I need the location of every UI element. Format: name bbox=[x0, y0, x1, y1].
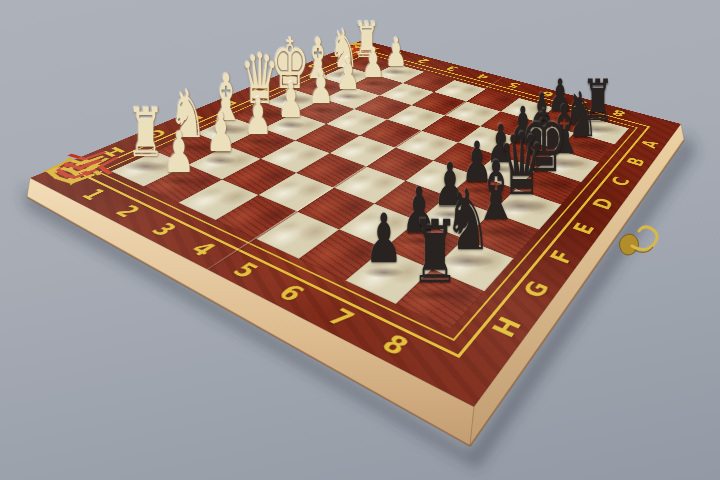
left-edge-shadow-line bbox=[27, 197, 470, 446]
near-right-wood-edge bbox=[470, 124, 684, 446]
near-left-wood-edge bbox=[27, 178, 474, 446]
brass-clasp bbox=[619, 227, 657, 255]
product-photo: HH11GG22FF33EE44DD55CC66BB77AA88 ♜♞♝♛♚♝♞… bbox=[0, 0, 720, 480]
board-side-faces bbox=[0, 0, 720, 480]
right-edge-shadow-line bbox=[470, 140, 684, 446]
